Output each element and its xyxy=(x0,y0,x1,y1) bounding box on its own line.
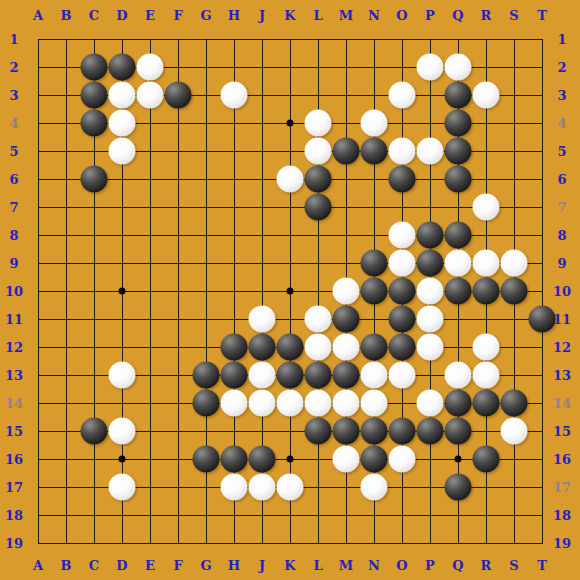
stone-L6-black xyxy=(305,166,332,193)
row-label-left: 11 xyxy=(5,313,23,326)
stone-H16-black xyxy=(221,446,248,473)
col-label-top: Q xyxy=(452,9,463,22)
stone-Q9-white xyxy=(445,250,472,277)
row-label-left: 7 xyxy=(9,201,18,214)
stone-O6-black xyxy=(389,166,416,193)
row-label-left: 9 xyxy=(9,257,18,270)
stone-C4-black xyxy=(81,110,108,137)
stone-R9-white xyxy=(473,250,500,277)
row-label-left: 4 xyxy=(9,117,18,130)
col-label-top: P xyxy=(425,9,435,22)
stone-K13-black xyxy=(277,362,304,389)
col-label-top: D xyxy=(116,9,127,22)
stone-P5-white xyxy=(417,138,444,165)
stone-R3-white xyxy=(473,82,500,109)
stone-O3-white xyxy=(389,82,416,109)
stone-D2-black xyxy=(109,54,136,81)
row-label-left: 1 xyxy=(9,33,18,46)
stone-Q15-black xyxy=(445,418,472,445)
stone-H13-black xyxy=(221,362,248,389)
stone-O12-black xyxy=(389,334,416,361)
star-point xyxy=(287,288,294,295)
stone-L5-white xyxy=(305,138,332,165)
row-label-right: 6 xyxy=(557,173,566,186)
grid-line-horizontal xyxy=(38,515,543,516)
stone-N13-white xyxy=(361,362,388,389)
stone-D4-white xyxy=(109,110,136,137)
stone-N12-black xyxy=(361,334,388,361)
stone-S9-white xyxy=(501,250,528,277)
col-label-top: G xyxy=(200,9,211,22)
stone-C2-black xyxy=(81,54,108,81)
col-label-bottom: E xyxy=(145,559,155,572)
row-label-right: 16 xyxy=(553,453,571,466)
stone-K14-white xyxy=(277,390,304,417)
stone-J17-white xyxy=(249,474,276,501)
stone-N14-white xyxy=(361,390,388,417)
col-label-bottom: O xyxy=(396,559,407,572)
stone-O13-white xyxy=(389,362,416,389)
stone-M16-white xyxy=(333,446,360,473)
row-label-left: 12 xyxy=(5,341,23,354)
stone-M14-white xyxy=(333,390,360,417)
col-label-bottom: M xyxy=(339,559,353,572)
row-label-right: 11 xyxy=(553,313,571,326)
row-label-left: 15 xyxy=(5,425,23,438)
col-label-top: E xyxy=(145,9,155,22)
stone-L7-black xyxy=(305,194,332,221)
stone-K6-white xyxy=(277,166,304,193)
stone-P11-white xyxy=(417,306,444,333)
stone-N9-black xyxy=(361,250,388,277)
col-label-bottom: C xyxy=(89,559,99,572)
stone-Q5-black xyxy=(445,138,472,165)
row-label-left: 3 xyxy=(9,89,18,102)
stone-Q10-black xyxy=(445,278,472,305)
stone-O11-black xyxy=(389,306,416,333)
col-label-top: T xyxy=(537,9,547,22)
col-label-top: M xyxy=(339,9,353,22)
col-label-top: L xyxy=(313,9,322,22)
stone-M5-black xyxy=(333,138,360,165)
stone-R12-white xyxy=(473,334,500,361)
row-label-left: 14 xyxy=(5,397,23,410)
col-label-top: B xyxy=(61,9,72,22)
stone-M15-black xyxy=(333,418,360,445)
row-label-left: 13 xyxy=(5,369,23,382)
stone-Q4-black xyxy=(445,110,472,137)
grid-line-vertical xyxy=(542,39,543,544)
stone-G13-black xyxy=(193,362,220,389)
col-label-bottom: J xyxy=(259,559,265,572)
row-label-right: 13 xyxy=(553,369,571,382)
col-label-top: A xyxy=(33,9,43,22)
stone-J13-white xyxy=(249,362,276,389)
col-label-top: S xyxy=(509,9,518,22)
col-label-top: R xyxy=(481,9,492,22)
row-label-left: 6 xyxy=(9,173,18,186)
stone-N5-black xyxy=(361,138,388,165)
star-point xyxy=(287,120,294,127)
row-label-left: 8 xyxy=(9,229,18,242)
col-label-top: O xyxy=(396,9,407,22)
col-label-bottom: K xyxy=(284,559,295,572)
stone-P8-black xyxy=(417,222,444,249)
stone-G14-black xyxy=(193,390,220,417)
row-label-left: 18 xyxy=(5,509,23,522)
grid-line-horizontal xyxy=(38,543,543,544)
col-label-top: N xyxy=(368,9,380,22)
row-label-left: 2 xyxy=(9,61,18,74)
col-label-top: C xyxy=(89,9,99,22)
row-label-right: 17 xyxy=(553,481,571,494)
row-label-right: 2 xyxy=(557,61,566,74)
row-label-right: 8 xyxy=(557,229,566,242)
row-label-right: 10 xyxy=(553,285,571,298)
star-point xyxy=(455,456,462,463)
col-label-bottom: G xyxy=(200,559,211,572)
stone-C15-black xyxy=(81,418,108,445)
row-label-right: 4 xyxy=(557,117,566,130)
stone-L4-white xyxy=(305,110,332,137)
stone-G16-black xyxy=(193,446,220,473)
stone-L12-white xyxy=(305,334,332,361)
stone-O15-black xyxy=(389,418,416,445)
stone-D15-white xyxy=(109,418,136,445)
col-label-bottom: R xyxy=(481,559,492,572)
stone-T11-black xyxy=(529,306,556,333)
stone-E2-white xyxy=(137,54,164,81)
row-label-left: 10 xyxy=(5,285,23,298)
col-label-top: H xyxy=(228,9,240,22)
stone-R16-black xyxy=(473,446,500,473)
stone-Q13-white xyxy=(445,362,472,389)
stone-O16-white xyxy=(389,446,416,473)
stone-C6-black xyxy=(81,166,108,193)
col-label-top: K xyxy=(284,9,295,22)
stone-L13-black xyxy=(305,362,332,389)
stone-P14-white xyxy=(417,390,444,417)
row-label-left: 19 xyxy=(5,537,23,550)
row-label-right: 12 xyxy=(553,341,571,354)
stone-D17-white xyxy=(109,474,136,501)
stone-M13-black xyxy=(333,362,360,389)
stone-L15-black xyxy=(305,418,332,445)
col-label-bottom: Q xyxy=(452,559,463,572)
stone-Q2-white xyxy=(445,54,472,81)
stone-H17-white xyxy=(221,474,248,501)
star-point xyxy=(287,456,294,463)
col-label-bottom: S xyxy=(509,559,518,572)
row-label-right: 19 xyxy=(553,537,571,550)
stone-L11-white xyxy=(305,306,332,333)
stone-J16-black xyxy=(249,446,276,473)
grid-line-horizontal xyxy=(38,319,543,320)
col-label-bottom: L xyxy=(313,559,322,572)
stone-Q14-black xyxy=(445,390,472,417)
col-label-bottom: T xyxy=(537,559,547,572)
stone-L14-white xyxy=(305,390,332,417)
col-label-bottom: N xyxy=(368,559,380,572)
stone-H12-black xyxy=(221,334,248,361)
stone-E3-white xyxy=(137,82,164,109)
stone-S15-white xyxy=(501,418,528,445)
stone-Q17-black xyxy=(445,474,472,501)
star-point xyxy=(119,288,126,295)
col-label-top: J xyxy=(259,9,265,22)
stone-N10-black xyxy=(361,278,388,305)
stone-C3-black xyxy=(81,82,108,109)
stone-N15-black xyxy=(361,418,388,445)
stone-N17-white xyxy=(361,474,388,501)
stone-M10-white xyxy=(333,278,360,305)
stone-O9-white xyxy=(389,250,416,277)
row-label-right: 9 xyxy=(557,257,566,270)
stone-D5-white xyxy=(109,138,136,165)
stone-P2-white xyxy=(417,54,444,81)
row-label-right: 1 xyxy=(557,33,566,46)
row-label-right: 5 xyxy=(557,145,566,158)
stone-K12-black xyxy=(277,334,304,361)
stone-D3-white xyxy=(109,82,136,109)
col-label-bottom: A xyxy=(33,559,43,572)
row-label-right: 15 xyxy=(553,425,571,438)
stone-D13-white xyxy=(109,362,136,389)
row-label-right: 7 xyxy=(557,201,566,214)
col-label-top: F xyxy=(173,9,182,22)
stone-Q6-black xyxy=(445,166,472,193)
stone-O8-white xyxy=(389,222,416,249)
stone-H14-white xyxy=(221,390,248,417)
col-label-bottom: H xyxy=(228,559,240,572)
stone-O10-black xyxy=(389,278,416,305)
stone-H3-white xyxy=(221,82,248,109)
row-label-left: 16 xyxy=(5,453,23,466)
stone-N16-black xyxy=(361,446,388,473)
row-label-right: 3 xyxy=(557,89,566,102)
col-label-bottom: B xyxy=(61,559,72,572)
stone-P10-white xyxy=(417,278,444,305)
row-label-left: 5 xyxy=(9,145,18,158)
stone-O5-white xyxy=(389,138,416,165)
stone-K17-white xyxy=(277,474,304,501)
stone-P9-black xyxy=(417,250,444,277)
go-board[interactable]: AABBCCDDEEFFGGHHJJKKLLMMNNOOPPQQRRSSTT11… xyxy=(0,0,580,580)
stone-R10-black xyxy=(473,278,500,305)
col-label-bottom: F xyxy=(173,559,182,572)
stone-R7-white xyxy=(473,194,500,221)
stone-J14-white xyxy=(249,390,276,417)
stone-J12-black xyxy=(249,334,276,361)
stone-P15-black xyxy=(417,418,444,445)
stone-S10-black xyxy=(501,278,528,305)
stone-N4-white xyxy=(361,110,388,137)
stone-Q8-black xyxy=(445,222,472,249)
stone-R13-white xyxy=(473,362,500,389)
stone-Q3-black xyxy=(445,82,472,109)
star-point xyxy=(119,456,126,463)
row-label-right: 14 xyxy=(553,397,571,410)
col-label-bottom: P xyxy=(425,559,435,572)
stone-M12-white xyxy=(333,334,360,361)
stone-J11-white xyxy=(249,306,276,333)
stone-M11-black xyxy=(333,306,360,333)
stone-R14-black xyxy=(473,390,500,417)
stone-F3-black xyxy=(165,82,192,109)
stone-S14-black xyxy=(501,390,528,417)
stone-P12-white xyxy=(417,334,444,361)
col-label-bottom: D xyxy=(116,559,127,572)
row-label-left: 17 xyxy=(5,481,23,494)
row-label-right: 18 xyxy=(553,509,571,522)
